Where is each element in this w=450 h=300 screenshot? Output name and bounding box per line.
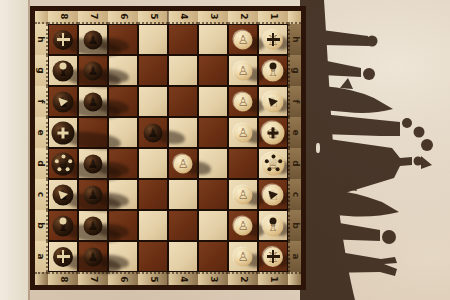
square-d5[interactable] (138, 148, 168, 179)
file-label-right-d: d (288, 148, 301, 179)
coordinate-label: b (36, 222, 45, 228)
square-d8[interactable]: ♛ (48, 148, 78, 179)
piece-glyph: ♙ (238, 189, 249, 201)
coordinate-label: c (36, 192, 45, 197)
black-knight[interactable]: ♞ (53, 91, 74, 112)
square-b1[interactable]: ♗ (258, 210, 288, 241)
white-queen[interactable]: ♕ (262, 152, 285, 175)
bright-chip-on-shadow (316, 143, 320, 153)
black-bishop[interactable]: ♝ (53, 215, 74, 236)
piece-glyph: ♙ (238, 65, 249, 77)
corner (35, 272, 48, 285)
black-king[interactable]: ♚ (52, 121, 75, 144)
piece-finial (270, 217, 277, 224)
piece-finial (268, 131, 279, 134)
rank-label-top-8: 8 (48, 11, 78, 24)
piece-glyph: ♙ (238, 96, 249, 108)
file-label-right-g: g (288, 55, 301, 86)
queen-shadow-ball-1 (402, 118, 412, 128)
black-pawn[interactable]: ♟ (84, 154, 103, 173)
coordinate-label: 6 (118, 13, 127, 19)
file-label-left-c: c (35, 179, 48, 210)
queen-crown (271, 162, 275, 166)
file-label-left-f: f (35, 86, 48, 117)
square-e3[interactable] (198, 117, 228, 148)
square-a5[interactable] (138, 241, 168, 272)
piece-finial (267, 255, 280, 258)
chessboard-photo-scene: 8877665544332211hhggffeeddccbbaa♜♟♙♖♝♟♙♗… (0, 0, 450, 300)
white-knight[interactable]: ♘ (263, 184, 284, 205)
piece-glyph: ♟ (88, 220, 99, 232)
coordinate-label: g (291, 67, 300, 73)
square-g1[interactable]: ♗ (258, 55, 288, 86)
square-c4[interactable] (168, 179, 198, 210)
bishop-shadow (322, 60, 361, 77)
file-label-right-h: h (288, 24, 301, 55)
square-h8[interactable]: ♜ (48, 24, 78, 55)
coordinate-label: h (291, 36, 300, 42)
white-pawn[interactable]: ♙ (234, 247, 253, 266)
square-g2[interactable]: ♙ (228, 55, 258, 86)
coordinate-label: 3 (208, 276, 217, 282)
black-bishop[interactable]: ♝ (53, 60, 74, 81)
square-d1[interactable]: ♕ (258, 148, 288, 179)
file-label-left-h: h (35, 24, 48, 55)
square-b2[interactable]: ♙ (228, 210, 258, 241)
file-label-right-f: f (288, 86, 301, 117)
black-pawn[interactable]: ♟ (84, 247, 103, 266)
white-pawn[interactable]: ♙ (234, 123, 253, 142)
coordinate-label: e (36, 129, 45, 135)
square-h3[interactable] (198, 24, 228, 55)
piece-finial (270, 62, 277, 69)
file-label-left-b: b (35, 210, 48, 241)
piece-glyph: ♙ (238, 220, 249, 232)
rank-label-bottom-6: 6 (108, 272, 138, 285)
square-a1[interactable]: ♖ (258, 241, 288, 272)
rank-label-top-4: 4 (168, 11, 198, 24)
square-e2[interactable]: ♙ (228, 117, 258, 148)
square-b3[interactable] (198, 210, 228, 241)
coordinate-label: 4 (178, 276, 187, 282)
square-h2[interactable]: ♙ (228, 24, 258, 55)
square-b5[interactable] (138, 210, 168, 241)
coordinate-label: g (36, 67, 45, 73)
rank-label-bottom-1: 1 (258, 272, 288, 285)
corner (35, 11, 48, 24)
square-a3[interactable] (198, 241, 228, 272)
black-knight[interactable]: ♞ (53, 184, 74, 205)
square-c1[interactable]: ♘ (258, 179, 288, 210)
king-shadow-point (421, 156, 432, 169)
coordinate-label: 2 (238, 13, 247, 19)
square-h1[interactable]: ♖ (258, 24, 288, 55)
knight2-shadow (322, 188, 399, 217)
piece-glyph: ♟ (88, 34, 99, 46)
square-f1[interactable]: ♘ (258, 86, 288, 117)
coordinate-label: a (291, 253, 300, 259)
square-g5[interactable] (138, 55, 168, 86)
piece-glyph: ♙ (238, 34, 249, 46)
coordinate-label: 1 (268, 276, 277, 282)
piece-glyph: ♟ (148, 127, 159, 139)
piece-glyph: ♟ (88, 96, 99, 108)
board-fold-seam (167, 11, 169, 285)
file-label-right-c: c (288, 179, 301, 210)
coordinate-label: d (36, 160, 45, 166)
rank-label-bottom-7: 7 (78, 272, 108, 285)
coordinate-label: e (291, 129, 300, 135)
rank-label-top-7: 7 (78, 11, 108, 24)
square-c8[interactable]: ♞ (48, 179, 78, 210)
white-bishop[interactable]: ♗ (263, 215, 284, 236)
coordinate-label: a (36, 253, 45, 259)
piece-finial (58, 131, 69, 134)
file-label-right-b: b (288, 210, 301, 241)
rank-label-bottom-5: 5 (138, 272, 168, 285)
piece-glyph: ♙ (238, 127, 249, 139)
black-pawn[interactable]: ♟ (84, 30, 103, 49)
black-pawn[interactable]: ♟ (84, 61, 103, 80)
square-a8[interactable]: ♜ (48, 241, 78, 272)
square-h4[interactable] (168, 24, 198, 55)
piece-finial (60, 62, 67, 69)
table-surface-left-strip (0, 0, 28, 300)
square-e5[interactable]: ♟ (138, 117, 168, 148)
bishop-shadow-ball (363, 68, 375, 80)
square-c5[interactable] (138, 179, 168, 210)
coordinate-label: 5 (148, 276, 157, 282)
bishop2-shadow (322, 220, 380, 241)
file-label-left-d: d (35, 148, 48, 179)
coordinate-label: c (291, 192, 300, 197)
piece-glyph: ♙ (238, 251, 249, 263)
square-a4[interactable] (168, 241, 198, 272)
coordinate-label: d (291, 160, 300, 166)
coordinate-label: 4 (178, 13, 187, 19)
rank-label-top-1: 1 (258, 11, 288, 24)
knight-shadow-ear (340, 78, 353, 89)
piece-glyph: ♙ (178, 158, 189, 170)
white-pawn[interactable]: ♙ (234, 30, 253, 49)
piece-finial (60, 217, 67, 224)
rook-shadow (322, 30, 369, 46)
square-a2[interactable]: ♙ (228, 241, 258, 272)
square-f3[interactable] (198, 86, 228, 117)
piece-finial (267, 38, 280, 41)
chess-board: 8877665544332211hhggffeeddccbbaa♜♟♙♖♝♟♙♗… (30, 6, 306, 290)
black-pawn[interactable]: ♟ (84, 216, 103, 235)
knight-shadow (322, 86, 393, 113)
square-d4[interactable]: ♙ (168, 148, 198, 179)
white-rook[interactable]: ♖ (263, 30, 283, 50)
queen-crown (61, 162, 65, 166)
rank-label-top-2: 2 (228, 11, 258, 24)
coordinate-label: 3 (208, 13, 217, 19)
coordinate-label: 7 (88, 13, 97, 19)
square-c2[interactable]: ♙ (228, 179, 258, 210)
corner (288, 11, 301, 24)
black-rook[interactable]: ♜ (53, 30, 73, 50)
white-pawn[interactable]: ♙ (234, 216, 253, 235)
coordinate-label: 8 (58, 276, 67, 282)
queen-shadow (322, 114, 400, 136)
white-bishop[interactable]: ♗ (263, 60, 284, 81)
square-b4[interactable] (168, 210, 198, 241)
file-label-left-e: e (35, 117, 48, 148)
coordinate-label: 5 (148, 13, 157, 19)
black-pawn[interactable]: ♟ (84, 185, 103, 204)
file-label-right-e: e (288, 117, 301, 148)
square-c3[interactable] (198, 179, 228, 210)
piece-glyph: ♟ (88, 158, 99, 170)
rank-label-bottom-4: 4 (168, 272, 198, 285)
white-knight[interactable]: ♘ (263, 91, 284, 112)
bishop2-shadow-ball (382, 230, 396, 244)
square-f4[interactable] (168, 86, 198, 117)
piece-glyph: ♟ (88, 65, 99, 77)
black-queen[interactable]: ♛ (52, 152, 75, 175)
queen-shadow-ball-2 (414, 127, 425, 138)
white-pawn[interactable]: ♙ (234, 92, 253, 111)
file-label-left-a: a (35, 241, 48, 272)
square-g4[interactable] (168, 55, 198, 86)
rook2-shadow (322, 249, 397, 276)
coordinate-label: 2 (238, 276, 247, 282)
rook-shadow-knob (367, 36, 378, 47)
white-pawn[interactable]: ♙ (234, 185, 253, 204)
coordinate-label: f (291, 100, 300, 104)
white-pawn[interactable]: ♙ (234, 61, 253, 80)
rank-label-top-6: 6 (108, 11, 138, 24)
corner (288, 272, 301, 285)
black-pawn[interactable]: ♟ (84, 92, 103, 111)
black-rook[interactable]: ♜ (53, 247, 73, 267)
coordinate-label: 6 (118, 276, 127, 282)
rank-label-top-5: 5 (138, 11, 168, 24)
queen-shadow-ball-3 (421, 139, 433, 151)
black-pawn[interactable]: ♟ (144, 123, 163, 142)
rank-label-bottom-2: 2 (228, 272, 258, 285)
square-f2[interactable]: ♙ (228, 86, 258, 117)
square-g8[interactable]: ♝ (48, 55, 78, 86)
rank-label-top-3: 3 (198, 11, 228, 24)
coordinate-label: 1 (268, 13, 277, 19)
file-label-right-a: a (288, 241, 301, 272)
square-e1[interactable]: ♔ (258, 117, 288, 148)
square-f8[interactable]: ♞ (48, 86, 78, 117)
square-h5[interactable] (138, 24, 168, 55)
white-king[interactable]: ♔ (262, 121, 285, 144)
file-label-left-g: g (35, 55, 48, 86)
piece-glyph: ♟ (88, 189, 99, 201)
piece-finial (57, 38, 70, 41)
piece-glyph: ♟ (88, 251, 99, 263)
piece-shadow-wall (300, 0, 450, 300)
coordinate-label: 7 (88, 276, 97, 282)
white-rook[interactable]: ♖ (263, 247, 283, 267)
square-e8[interactable]: ♚ (48, 117, 78, 148)
rank-label-bottom-3: 3 (198, 272, 228, 285)
coordinate-label: b (291, 222, 300, 228)
square-d2[interactable] (228, 148, 258, 179)
coordinate-label: f (36, 100, 45, 104)
coordinate-label: 8 (58, 13, 67, 19)
square-f5[interactable] (138, 86, 168, 117)
coordinate-label: h (36, 36, 45, 42)
piece-finial (57, 255, 70, 258)
square-b8[interactable]: ♝ (48, 210, 78, 241)
square-g3[interactable] (198, 55, 228, 86)
rank-label-bottom-8: 8 (48, 272, 78, 285)
white-pawn[interactable]: ♙ (174, 154, 193, 173)
